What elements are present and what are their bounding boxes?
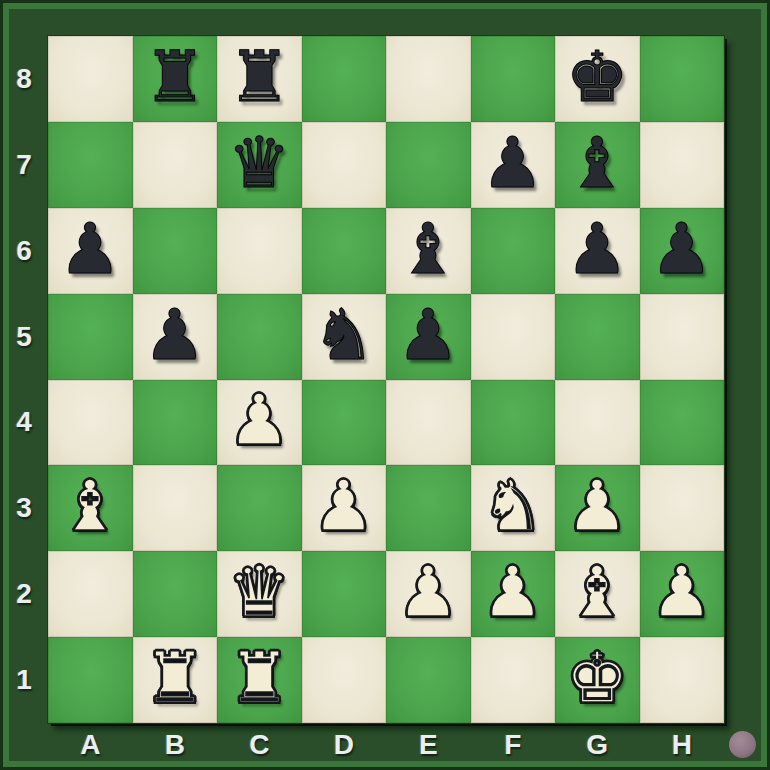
square-d8[interactable]: [302, 36, 387, 122]
square-h7[interactable]: [640, 122, 725, 208]
black-pawn[interactable]: ♟: [397, 300, 460, 370]
white-bishop[interactable]: ♝: [566, 557, 629, 627]
square-a6[interactable]: ♟: [48, 208, 133, 294]
square-f7[interactable]: ♟: [471, 122, 556, 208]
white-pawn[interactable]: ♟: [312, 471, 375, 541]
square-e2[interactable]: ♟: [386, 551, 471, 637]
black-bishop[interactable]: ♝: [566, 128, 629, 198]
rank-label-5: 5: [0, 294, 48, 380]
square-b6[interactable]: [133, 208, 218, 294]
square-h5[interactable]: [640, 294, 725, 380]
square-e1[interactable]: [386, 637, 471, 723]
square-g6[interactable]: ♟: [555, 208, 640, 294]
square-f5[interactable]: [471, 294, 556, 380]
square-f2[interactable]: ♟: [471, 551, 556, 637]
square-c1[interactable]: ♜: [217, 637, 302, 723]
square-e5[interactable]: ♟: [386, 294, 471, 380]
white-knight[interactable]: ♞: [481, 471, 544, 541]
square-e4[interactable]: [386, 380, 471, 466]
white-king[interactable]: ♚: [566, 643, 629, 713]
square-c5[interactable]: [217, 294, 302, 380]
black-rook[interactable]: ♜: [143, 42, 206, 112]
square-d6[interactable]: [302, 208, 387, 294]
rank-label-2: 2: [0, 551, 48, 637]
file-labels: ABCDEFGH: [48, 723, 724, 766]
black-pawn[interactable]: ♟: [143, 300, 206, 370]
file-label-f: F: [471, 723, 556, 766]
square-a7[interactable]: [48, 122, 133, 208]
rank-labels: 87654321: [0, 36, 48, 723]
square-h1[interactable]: [640, 637, 725, 723]
square-a5[interactable]: [48, 294, 133, 380]
square-d4[interactable]: [302, 380, 387, 466]
white-rook[interactable]: ♜: [143, 643, 206, 713]
square-b5[interactable]: ♟: [133, 294, 218, 380]
white-pawn[interactable]: ♟: [228, 385, 291, 455]
file-label-a: A: [48, 723, 133, 766]
square-c7[interactable]: ♛: [217, 122, 302, 208]
rank-label-4: 4: [0, 380, 48, 466]
white-queen[interactable]: ♛: [228, 557, 291, 627]
square-h8[interactable]: [640, 36, 725, 122]
square-g8[interactable]: ♚: [555, 36, 640, 122]
square-g1[interactable]: ♚: [555, 637, 640, 723]
square-c4[interactable]: ♟: [217, 380, 302, 466]
square-a1[interactable]: [48, 637, 133, 723]
rank-label-6: 6: [0, 208, 48, 294]
square-h6[interactable]: ♟: [640, 208, 725, 294]
white-pawn[interactable]: ♟: [481, 557, 544, 627]
white-pawn[interactable]: ♟: [650, 557, 713, 627]
square-h3[interactable]: [640, 465, 725, 551]
white-rook[interactable]: ♜: [228, 643, 291, 713]
white-bishop[interactable]: ♝: [59, 471, 122, 541]
square-c3[interactable]: [217, 465, 302, 551]
file-label-d: D: [302, 723, 387, 766]
square-f6[interactable]: [471, 208, 556, 294]
square-b7[interactable]: [133, 122, 218, 208]
rank-label-7: 7: [0, 122, 48, 208]
square-e3[interactable]: [386, 465, 471, 551]
square-g4[interactable]: [555, 380, 640, 466]
square-b2[interactable]: [133, 551, 218, 637]
file-label-c: C: [217, 723, 302, 766]
black-pawn[interactable]: ♟: [650, 214, 713, 284]
square-a8[interactable]: [48, 36, 133, 122]
square-d7[interactable]: [302, 122, 387, 208]
black-queen[interactable]: ♛: [228, 128, 291, 198]
square-e8[interactable]: [386, 36, 471, 122]
black-pawn[interactable]: ♟: [566, 214, 629, 284]
square-g7[interactable]: ♝: [555, 122, 640, 208]
square-g5[interactable]: [555, 294, 640, 380]
square-g2[interactable]: ♝: [555, 551, 640, 637]
square-e7[interactable]: [386, 122, 471, 208]
file-label-h: H: [640, 723, 725, 766]
square-f3[interactable]: ♞: [471, 465, 556, 551]
black-bishop[interactable]: ♝: [397, 214, 460, 284]
file-label-g: G: [555, 723, 640, 766]
chess-board: ♜♜♚♛♟♝♟♝♟♟♟♞♟♟♝♟♞♟♛♟♟♝♟♜♜♚: [48, 36, 724, 723]
square-a2[interactable]: [48, 551, 133, 637]
white-pawn[interactable]: ♟: [397, 557, 460, 627]
square-h4[interactable]: [640, 380, 725, 466]
square-d5[interactable]: ♞: [302, 294, 387, 380]
square-h2[interactable]: ♟: [640, 551, 725, 637]
black-rook[interactable]: ♜: [228, 42, 291, 112]
black-knight[interactable]: ♞: [312, 300, 375, 370]
square-g3[interactable]: ♟: [555, 465, 640, 551]
white-pawn[interactable]: ♟: [566, 471, 629, 541]
corner-dot: [729, 731, 756, 758]
rank-label-1: 1: [0, 637, 48, 723]
square-c6[interactable]: [217, 208, 302, 294]
square-d2[interactable]: [302, 551, 387, 637]
square-d1[interactable]: [302, 637, 387, 723]
rank-label-8: 8: [0, 36, 48, 122]
square-f4[interactable]: [471, 380, 556, 466]
square-c2[interactable]: ♛: [217, 551, 302, 637]
square-b3[interactable]: [133, 465, 218, 551]
square-b4[interactable]: [133, 380, 218, 466]
rank-label-3: 3: [0, 465, 48, 551]
square-f8[interactable]: [471, 36, 556, 122]
square-c8[interactable]: ♜: [217, 36, 302, 122]
square-a3[interactable]: ♝: [48, 465, 133, 551]
square-b1[interactable]: ♜: [133, 637, 218, 723]
square-f1[interactable]: [471, 637, 556, 723]
file-label-b: B: [133, 723, 218, 766]
chess-app-window: 87654321 ♜♜♚♛♟♝♟♝♟♟♟♞♟♟♝♟♞♟♛♟♟♝♟♜♜♚ ABCD…: [0, 0, 770, 770]
square-e6[interactable]: ♝: [386, 208, 471, 294]
square-d3[interactable]: ♟: [302, 465, 387, 551]
file-label-e: E: [386, 723, 471, 766]
black-king[interactable]: ♚: [566, 42, 629, 112]
square-b8[interactable]: ♜: [133, 36, 218, 122]
black-pawn[interactable]: ♟: [481, 128, 544, 198]
black-pawn[interactable]: ♟: [59, 214, 122, 284]
square-a4[interactable]: [48, 380, 133, 466]
